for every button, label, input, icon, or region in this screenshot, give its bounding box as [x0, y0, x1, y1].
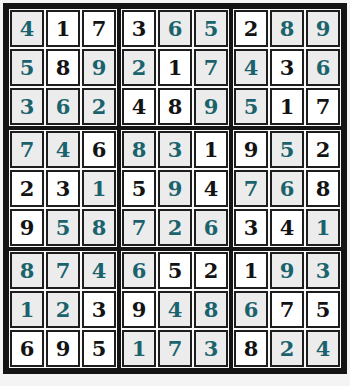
box-8: 652948173 [119, 249, 231, 370]
cell-r8c8[interactable]: 7 [270, 291, 304, 328]
cell-r8c3[interactable]: 3 [82, 291, 116, 328]
cell-r4c1[interactable]: 7 [10, 131, 44, 168]
cell-r5c8[interactable]: 6 [270, 170, 304, 207]
cell-r9c3[interactable]: 5 [82, 330, 116, 367]
cell-r5c6[interactable]: 4 [194, 170, 228, 207]
cell-r9c9[interactable]: 4 [306, 330, 340, 367]
cell-r6c3[interactable]: 8 [82, 209, 116, 246]
cell-r6c2[interactable]: 5 [46, 209, 80, 246]
cell-r6c6[interactable]: 6 [194, 209, 228, 246]
cell-r8c2[interactable]: 2 [46, 291, 80, 328]
cell-r5c2[interactable]: 3 [46, 170, 80, 207]
cell-r5c3[interactable]: 1 [82, 170, 116, 207]
cell-r4c2[interactable]: 4 [46, 131, 80, 168]
cell-r8c1[interactable]: 1 [10, 291, 44, 328]
cell-r7c2[interactable]: 7 [46, 252, 80, 289]
cell-r8c6[interactable]: 8 [194, 291, 228, 328]
cell-r7c7[interactable]: 1 [234, 252, 268, 289]
cell-r8c4[interactable]: 9 [122, 291, 156, 328]
cell-r6c9[interactable]: 1 [306, 209, 340, 246]
box-1: 417589362 [7, 7, 119, 128]
cell-r7c5[interactable]: 5 [158, 252, 192, 289]
box-4: 746231958 [7, 128, 119, 249]
cell-r1c1[interactable]: 4 [10, 10, 44, 47]
cell-r9c5[interactable]: 7 [158, 330, 192, 367]
cell-r3c2[interactable]: 6 [46, 88, 80, 125]
cell-r4c4[interactable]: 8 [122, 131, 156, 168]
cell-r9c8[interactable]: 2 [270, 330, 304, 367]
box-6: 952768341 [231, 128, 343, 249]
cell-r6c1[interactable]: 9 [10, 209, 44, 246]
cell-r1c9[interactable]: 9 [306, 10, 340, 47]
cell-r3c1[interactable]: 3 [10, 88, 44, 125]
cell-r3c9[interactable]: 7 [306, 88, 340, 125]
cell-r2c2[interactable]: 8 [46, 49, 80, 86]
cell-r5c1[interactable]: 2 [10, 170, 44, 207]
cell-r7c9[interactable]: 3 [306, 252, 340, 289]
cell-r1c3[interactable]: 7 [82, 10, 116, 47]
cell-r7c1[interactable]: 8 [10, 252, 44, 289]
cell-r7c8[interactable]: 9 [270, 252, 304, 289]
cell-r2c9[interactable]: 6 [306, 49, 340, 86]
cell-r6c8[interactable]: 4 [270, 209, 304, 246]
cell-r5c9[interactable]: 8 [306, 170, 340, 207]
cell-r1c5[interactable]: 6 [158, 10, 192, 47]
cell-r9c2[interactable]: 9 [46, 330, 80, 367]
box-2: 365217489 [119, 7, 231, 128]
box-5: 831594726 [119, 128, 231, 249]
sudoku-board: 4175893623652174892894365177462319588315… [3, 3, 347, 374]
cell-r9c4[interactable]: 1 [122, 330, 156, 367]
cell-r7c4[interactable]: 6 [122, 252, 156, 289]
cell-r3c3[interactable]: 2 [82, 88, 116, 125]
cell-r1c2[interactable]: 1 [46, 10, 80, 47]
cell-r3c7[interactable]: 5 [234, 88, 268, 125]
cell-r9c6[interactable]: 3 [194, 330, 228, 367]
cell-r7c6[interactable]: 2 [194, 252, 228, 289]
cell-r1c6[interactable]: 5 [194, 10, 228, 47]
cell-r2c3[interactable]: 9 [82, 49, 116, 86]
cell-r1c7[interactable]: 2 [234, 10, 268, 47]
cell-r6c7[interactable]: 3 [234, 209, 268, 246]
cell-r2c5[interactable]: 1 [158, 49, 192, 86]
cell-r5c7[interactable]: 7 [234, 170, 268, 207]
cell-r5c4[interactable]: 5 [122, 170, 156, 207]
cell-r2c4[interactable]: 2 [122, 49, 156, 86]
cell-r7c3[interactable]: 4 [82, 252, 116, 289]
cell-r8c7[interactable]: 6 [234, 291, 268, 328]
cell-r4c8[interactable]: 5 [270, 131, 304, 168]
cell-r1c4[interactable]: 3 [122, 10, 156, 47]
cell-r2c8[interactable]: 3 [270, 49, 304, 86]
cell-r4c3[interactable]: 6 [82, 131, 116, 168]
cell-r2c6[interactable]: 7 [194, 49, 228, 86]
cell-r9c1[interactable]: 6 [10, 330, 44, 367]
cell-r4c5[interactable]: 3 [158, 131, 192, 168]
cell-r4c9[interactable]: 2 [306, 131, 340, 168]
cell-r2c7[interactable]: 4 [234, 49, 268, 86]
cell-r5c5[interactable]: 9 [158, 170, 192, 207]
cell-r1c8[interactable]: 8 [270, 10, 304, 47]
cell-r9c7[interactable]: 8 [234, 330, 268, 367]
cell-r4c6[interactable]: 1 [194, 131, 228, 168]
cell-r3c5[interactable]: 8 [158, 88, 192, 125]
box-9: 193675824 [231, 249, 343, 370]
cell-r6c5[interactable]: 2 [158, 209, 192, 246]
cell-r6c4[interactable]: 7 [122, 209, 156, 246]
sudoku-page: 4175893623652174892894365177462319588315… [0, 0, 350, 386]
cell-r8c5[interactable]: 4 [158, 291, 192, 328]
box-3: 289436517 [231, 7, 343, 128]
cell-r3c6[interactable]: 9 [194, 88, 228, 125]
cell-r3c4[interactable]: 4 [122, 88, 156, 125]
cell-r3c8[interactable]: 1 [270, 88, 304, 125]
cell-r4c7[interactable]: 9 [234, 131, 268, 168]
cell-r2c1[interactable]: 5 [10, 49, 44, 86]
box-7: 874123695 [7, 249, 119, 370]
cell-r8c9[interactable]: 5 [306, 291, 340, 328]
